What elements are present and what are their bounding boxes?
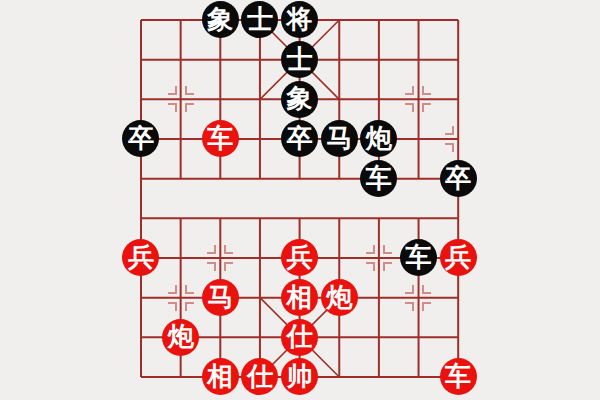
piece-red-horse[interactable]: 马 — [202, 279, 239, 316]
piece-red-cannon[interactable]: 炮 — [162, 319, 199, 356]
piece-red-general[interactable]: 帅 — [281, 358, 318, 395]
point-marker — [168, 86, 194, 112]
piece-red-elephant[interactable]: 相 — [202, 358, 239, 395]
piece-black-chariot[interactable]: 车 — [360, 160, 397, 197]
piece-black-elephant[interactable]: 象 — [202, 1, 239, 38]
piece-red-chariot[interactable]: 车 — [440, 358, 477, 395]
piece-black-pawn[interactable]: 卒 — [281, 120, 318, 157]
piece-black-pawn[interactable]: 卒 — [440, 160, 477, 197]
piece-black-chariot[interactable]: 车 — [400, 239, 437, 276]
piece-red-pawn[interactable]: 兵 — [281, 239, 318, 276]
point-marker — [405, 86, 431, 112]
piece-black-advisor[interactable]: 士 — [241, 1, 278, 38]
piece-black-pawn[interactable]: 卒 — [122, 120, 159, 157]
piece-black-horse[interactable]: 马 — [321, 120, 358, 157]
piece-black-cannon[interactable]: 炮 — [360, 120, 397, 157]
piece-grid: 象士将士象卒车卒马炮车卒兵兵车兵马相炮炮仕相仕帅车 — [121, 0, 478, 397]
piece-red-elephant[interactable]: 相 — [281, 279, 318, 316]
xiangqi-board-screen: 象士将士象卒车卒马炮车卒兵兵车兵马相炮炮仕相仕帅车 — [0, 0, 600, 400]
piece-red-pawn[interactable]: 兵 — [122, 239, 159, 276]
piece-red-advisor[interactable]: 仕 — [281, 319, 318, 356]
piece-red-chariot[interactable]: 车 — [202, 120, 239, 157]
point-marker — [207, 245, 233, 271]
piece-black-general[interactable]: 将 — [281, 1, 318, 38]
piece-red-cannon[interactable]: 炮 — [321, 279, 358, 316]
piece-red-pawn[interactable]: 兵 — [440, 239, 477, 276]
piece-black-advisor[interactable]: 士 — [281, 41, 318, 78]
point-marker — [445, 126, 471, 152]
point-marker — [366, 245, 392, 271]
point-marker — [405, 285, 431, 311]
piece-black-elephant[interactable]: 象 — [281, 81, 318, 118]
point-marker — [168, 285, 194, 311]
piece-red-advisor[interactable]: 仕 — [241, 358, 278, 395]
